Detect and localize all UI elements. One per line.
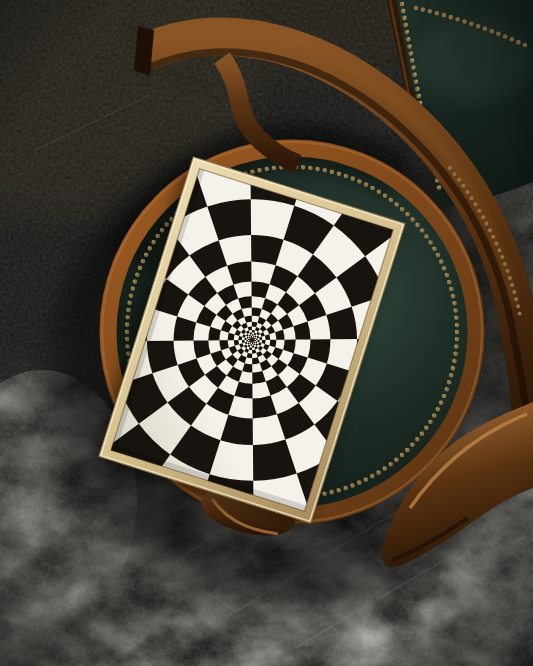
scene-photo [0, 0, 533, 666]
